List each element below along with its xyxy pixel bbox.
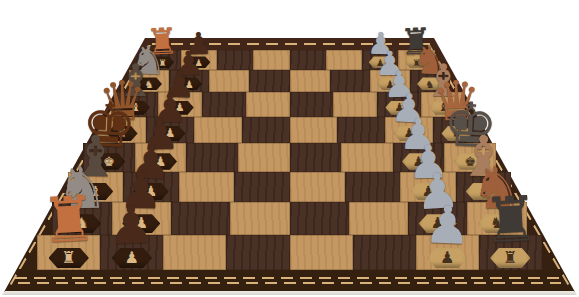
- square-h4[interactable]: [290, 235, 353, 270]
- square-a4[interactable]: [290, 50, 326, 70]
- square-a6[interactable]: [217, 50, 253, 70]
- piece-black-rook-h8[interactable]: ♜♜: [68, 189, 70, 268]
- square-b4[interactable]: [290, 70, 330, 92]
- origami-piece-glyph: ♟: [108, 198, 156, 251]
- square-g5[interactable]: [230, 202, 289, 235]
- square-c3[interactable]: [333, 92, 377, 116]
- base-piece-symbol-icon: ♟: [125, 250, 139, 266]
- square-g4[interactable]: [290, 202, 349, 235]
- square-f6[interactable]: [179, 172, 234, 203]
- origami-chess-photo: ♜♜♞♞♝♝♛♛♚♚♝♝♞♞♜♜♟♟♟♟♟♟♟♟♟♟♟♟♟♟♟♟♟♟♟♟♟♟♟♟…: [0, 0, 579, 297]
- origami-piece-glyph: ♜: [39, 187, 98, 252]
- square-e3[interactable]: [341, 143, 393, 172]
- origami-piece-glyph: ♟: [423, 198, 471, 252]
- piece-white-pawn-h2[interactable]: ♟♟: [446, 199, 448, 268]
- base-piece-symbol-icon: ♟: [440, 250, 454, 266]
- square-c4[interactable]: [290, 92, 334, 116]
- square-a3[interactable]: [326, 50, 362, 70]
- square-b6[interactable]: [209, 70, 249, 92]
- base-piece-symbol-icon: ♜: [503, 250, 517, 266]
- square-d3[interactable]: [337, 117, 385, 143]
- piece-black-pawn-h7[interactable]: ♟♟: [131, 199, 133, 268]
- square-f4[interactable]: [290, 172, 345, 203]
- square-d4[interactable]: [290, 117, 338, 143]
- square-g6[interactable]: [171, 202, 230, 235]
- piece-white-rook-h1[interactable]: ♜♜: [509, 189, 511, 268]
- square-g3[interactable]: [349, 202, 408, 235]
- board-side-edge: [2, 291, 577, 295]
- square-f5[interactable]: [234, 172, 289, 203]
- square-c6[interactable]: [202, 92, 246, 116]
- square-h5[interactable]: [226, 235, 289, 270]
- base-piece-symbol-icon: ♜: [61, 250, 75, 266]
- square-h6[interactable]: [163, 235, 226, 270]
- square-e5[interactable]: [238, 143, 290, 172]
- square-b3[interactable]: [330, 70, 370, 92]
- square-e6[interactable]: [186, 143, 238, 172]
- square-d6[interactable]: [194, 117, 242, 143]
- square-d5[interactable]: [242, 117, 290, 143]
- origami-piece-glyph: ♜: [481, 187, 540, 252]
- square-a5[interactable]: [253, 50, 289, 70]
- playing-area: ♜♜♞♞♝♝♛♛♚♚♝♝♞♞♜♜♟♟♟♟♟♟♟♟♟♟♟♟♟♟♟♟♟♟♟♟♟♟♟♟…: [0, 0, 579, 297]
- square-c5[interactable]: [246, 92, 290, 116]
- square-f3[interactable]: [345, 172, 400, 203]
- square-e4[interactable]: [290, 143, 342, 172]
- square-b5[interactable]: [249, 70, 289, 92]
- square-h3[interactable]: [353, 235, 416, 270]
